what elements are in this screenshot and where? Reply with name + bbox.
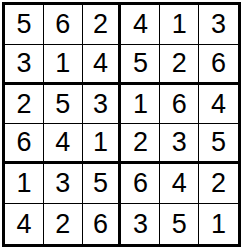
cell-r5c4[interactable]: 6 (121, 164, 160, 204)
cell-r1c5[interactable]: 1 (160, 5, 199, 45)
sudoku-board-wrapper: 562413314526253164641235135642426351 (0, 0, 243, 249)
cell-r6c6[interactable]: 1 (199, 204, 238, 244)
cell-r3c4[interactable]: 1 (121, 85, 160, 125)
cell-r6c2[interactable]: 2 (44, 204, 83, 244)
cell-r4c1[interactable]: 6 (5, 124, 44, 164)
cell-r4c3[interactable]: 1 (83, 124, 122, 164)
cell-r4c6[interactable]: 5 (199, 124, 238, 164)
cell-r2c3[interactable]: 4 (83, 45, 122, 85)
cell-r2c1[interactable]: 3 (5, 45, 44, 85)
cell-r3c2[interactable]: 5 (44, 85, 83, 125)
cell-r3c1[interactable]: 2 (5, 85, 44, 125)
cell-r1c6[interactable]: 3 (199, 5, 238, 45)
cell-r5c2[interactable]: 3 (44, 164, 83, 204)
cell-r5c6[interactable]: 2 (199, 164, 238, 204)
cell-r1c2[interactable]: 6 (44, 5, 83, 45)
cell-r1c4[interactable]: 4 (121, 5, 160, 45)
cell-r5c5[interactable]: 4 (160, 164, 199, 204)
cell-r2c2[interactable]: 1 (44, 45, 83, 85)
cell-r4c2[interactable]: 4 (44, 124, 83, 164)
cell-r2c4[interactable]: 5 (121, 45, 160, 85)
cell-r1c1[interactable]: 5 (5, 5, 44, 45)
cell-r3c5[interactable]: 6 (160, 85, 199, 125)
cell-r4c4[interactable]: 2 (121, 124, 160, 164)
cell-r6c3[interactable]: 6 (83, 204, 122, 244)
cell-r2c5[interactable]: 2 (160, 45, 199, 85)
cell-r5c3[interactable]: 5 (83, 164, 122, 204)
cell-r3c6[interactable]: 4 (199, 85, 238, 125)
cell-r4c5[interactable]: 3 (160, 124, 199, 164)
sudoku-board: 562413314526253164641235135642426351 (2, 2, 241, 247)
cell-r2c6[interactable]: 6 (199, 45, 238, 85)
cell-r3c3[interactable]: 3 (83, 85, 122, 125)
cell-r6c1[interactable]: 4 (5, 204, 44, 244)
cell-r6c5[interactable]: 5 (160, 204, 199, 244)
cell-r5c1[interactable]: 1 (5, 164, 44, 204)
cell-r6c4[interactable]: 3 (121, 204, 160, 244)
cell-r1c3[interactable]: 2 (83, 5, 122, 45)
